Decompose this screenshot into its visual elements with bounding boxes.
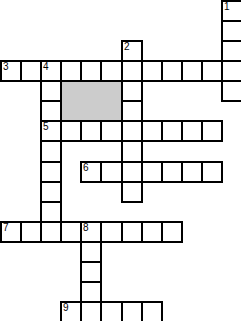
cell-r3c10[interactable] <box>201 60 223 82</box>
cell-r15c4[interactable] <box>80 301 102 321</box>
cell-r8c10[interactable] <box>201 161 223 183</box>
cell-r2c6[interactable] <box>121 40 143 62</box>
cell-r11c2[interactable] <box>40 221 62 243</box>
cell-r6c3[interactable] <box>60 120 82 142</box>
cell-r3c7[interactable] <box>141 60 163 82</box>
cell-r6c9[interactable] <box>181 120 203 142</box>
cell-r6c2[interactable] <box>40 120 62 142</box>
cell-r5c6[interactable] <box>121 100 143 122</box>
cell-r6c8[interactable] <box>161 120 183 142</box>
cell-r8c6[interactable] <box>121 161 143 183</box>
cell-r6c6[interactable] <box>121 120 143 142</box>
cell-r1c11[interactable] <box>221 20 241 42</box>
cell-r3c1[interactable] <box>20 60 42 82</box>
cell-r3c8[interactable] <box>161 60 183 82</box>
shaded-block <box>60 80 123 122</box>
cell-r11c6[interactable] <box>121 221 143 243</box>
cell-r6c10[interactable] <box>201 120 223 142</box>
cell-r8c9[interactable] <box>181 161 203 183</box>
cell-r9c2[interactable] <box>40 181 62 203</box>
cell-r14c4[interactable] <box>80 281 102 303</box>
cell-r3c3[interactable] <box>60 60 82 82</box>
cell-r11c8[interactable] <box>161 221 183 243</box>
cell-r11c1[interactable] <box>20 221 42 243</box>
cell-r3c0[interactable] <box>0 60 22 82</box>
cell-r7c6[interactable] <box>121 140 143 163</box>
cell-r8c5[interactable] <box>100 161 123 183</box>
cell-r3c5[interactable] <box>100 60 123 82</box>
cell-r8c4[interactable] <box>80 161 102 183</box>
cell-r15c5[interactable] <box>100 301 123 321</box>
cell-r8c2[interactable] <box>40 161 62 183</box>
cell-r8c8[interactable] <box>161 161 183 183</box>
cell-r11c7[interactable] <box>141 221 163 243</box>
cell-r6c4[interactable] <box>80 120 102 142</box>
cell-r5c2[interactable] <box>40 100 62 122</box>
cell-r12c4[interactable] <box>80 241 102 263</box>
cell-r15c3[interactable] <box>60 301 82 321</box>
cell-r8c7[interactable] <box>141 161 163 183</box>
crossword-board: 123456789 <box>0 0 241 321</box>
cell-r11c4[interactable] <box>80 221 102 243</box>
cell-r15c6[interactable] <box>121 301 143 321</box>
cell-r4c6[interactable] <box>121 80 143 102</box>
cell-r7c2[interactable] <box>40 140 62 163</box>
cell-r11c3[interactable] <box>60 221 82 243</box>
cell-r13c4[interactable] <box>80 261 102 283</box>
cell-r15c7[interactable] <box>141 301 163 321</box>
cell-r6c7[interactable] <box>141 120 163 142</box>
cell-r6c5[interactable] <box>100 120 123 142</box>
cell-r3c4[interactable] <box>80 60 102 82</box>
cell-r4c2[interactable] <box>40 80 62 102</box>
cell-r4c11[interactable] <box>221 80 241 102</box>
cell-r3c2[interactable] <box>40 60 62 82</box>
cell-r9c6[interactable] <box>121 181 143 203</box>
cell-r11c0[interactable] <box>0 221 22 243</box>
cell-r3c11[interactable] <box>221 60 241 82</box>
cell-r3c9[interactable] <box>181 60 203 82</box>
cell-r11c5[interactable] <box>100 221 123 243</box>
cell-r3c6[interactable] <box>121 60 143 82</box>
cell-r10c2[interactable] <box>40 201 62 223</box>
cell-r2c11[interactable] <box>221 40 241 62</box>
cell-r0c11[interactable] <box>221 0 241 22</box>
